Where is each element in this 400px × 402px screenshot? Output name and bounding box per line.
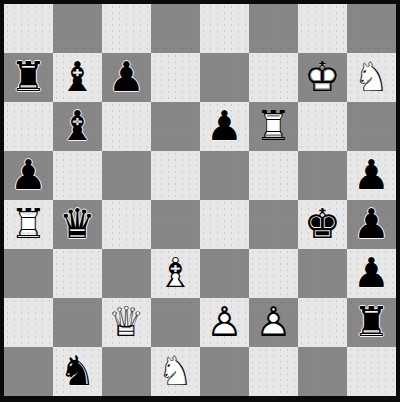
square-f1[interactable] bbox=[249, 347, 298, 396]
square-g4[interactable]: ♚ bbox=[298, 200, 347, 249]
square-f7[interactable] bbox=[249, 53, 298, 102]
square-g1[interactable] bbox=[298, 347, 347, 396]
square-a7[interactable]: ♜ bbox=[4, 53, 53, 102]
square-a8[interactable] bbox=[4, 4, 53, 53]
square-d1[interactable]: ♞♘ bbox=[151, 347, 200, 396]
square-c4[interactable] bbox=[102, 200, 151, 249]
piece-black-bishop-b6: ♝ bbox=[55, 105, 100, 148]
piece-white-queen-c2: ♛♕ bbox=[104, 301, 149, 344]
pawn-icon: ♙ bbox=[251, 301, 296, 344]
square-g5[interactable] bbox=[298, 151, 347, 200]
piece-white-pawn-f2: ♟♙ bbox=[251, 301, 296, 344]
square-h5[interactable]: ♟ bbox=[347, 151, 396, 200]
square-c1[interactable] bbox=[102, 347, 151, 396]
rook-icon: ♖ bbox=[251, 105, 296, 148]
piece-white-rook-f6: ♜♖ bbox=[251, 105, 296, 148]
square-f3[interactable] bbox=[249, 249, 298, 298]
piece-white-knight-h7: ♞♘ bbox=[349, 56, 394, 99]
king-icon: ♔ bbox=[300, 56, 345, 99]
queen-icon: ♕ bbox=[104, 301, 149, 344]
square-g7[interactable]: ♚♔ bbox=[298, 53, 347, 102]
square-a3[interactable] bbox=[4, 249, 53, 298]
square-b6[interactable]: ♝ bbox=[53, 102, 102, 151]
square-c5[interactable] bbox=[102, 151, 151, 200]
pawn-icon: ♙ bbox=[202, 301, 247, 344]
square-b2[interactable] bbox=[53, 298, 102, 347]
piece-black-bishop-b7: ♝ bbox=[55, 56, 100, 99]
square-h2[interactable]: ♜ bbox=[347, 298, 396, 347]
board-frame: ♜♝♟♚♔♞♘♝♟♜♖♟♟♜♖♛♚♟♝♗♟♛♕♟♙♟♙♜♞♞♘ bbox=[0, 0, 400, 402]
piece-black-king-g4: ♚ bbox=[300, 203, 345, 246]
piece-black-knight-b1: ♞ bbox=[55, 350, 100, 393]
square-b5[interactable] bbox=[53, 151, 102, 200]
square-h1[interactable] bbox=[347, 347, 396, 396]
square-h4[interactable]: ♟ bbox=[347, 200, 396, 249]
square-c6[interactable] bbox=[102, 102, 151, 151]
square-e2[interactable]: ♟♙ bbox=[200, 298, 249, 347]
square-d7[interactable] bbox=[151, 53, 200, 102]
piece-black-pawn-h5: ♟ bbox=[349, 154, 394, 197]
square-e5[interactable] bbox=[200, 151, 249, 200]
square-f4[interactable] bbox=[249, 200, 298, 249]
square-a4[interactable]: ♜♖ bbox=[4, 200, 53, 249]
piece-white-king-g7: ♚♔ bbox=[300, 56, 345, 99]
square-f6[interactable]: ♜♖ bbox=[249, 102, 298, 151]
square-e4[interactable] bbox=[200, 200, 249, 249]
square-f5[interactable] bbox=[249, 151, 298, 200]
board: ♜♝♟♚♔♞♘♝♟♜♖♟♟♜♖♛♚♟♝♗♟♛♕♟♙♟♙♜♞♞♘ bbox=[4, 4, 396, 396]
piece-white-knight-d1: ♞♘ bbox=[153, 350, 198, 393]
square-d8[interactable] bbox=[151, 4, 200, 53]
square-d4[interactable] bbox=[151, 200, 200, 249]
square-b7[interactable]: ♝ bbox=[53, 53, 102, 102]
square-d3[interactable]: ♝♗ bbox=[151, 249, 200, 298]
square-d2[interactable] bbox=[151, 298, 200, 347]
piece-white-bishop-d3: ♝♗ bbox=[153, 252, 198, 295]
square-b4[interactable]: ♛ bbox=[53, 200, 102, 249]
piece-black-rook-a7: ♜ bbox=[6, 56, 51, 99]
square-c7[interactable]: ♟ bbox=[102, 53, 151, 102]
square-b3[interactable] bbox=[53, 249, 102, 298]
square-f2[interactable]: ♟♙ bbox=[249, 298, 298, 347]
square-g6[interactable] bbox=[298, 102, 347, 151]
square-g8[interactable] bbox=[298, 4, 347, 53]
square-h8[interactable] bbox=[347, 4, 396, 53]
square-h6[interactable] bbox=[347, 102, 396, 151]
square-c3[interactable] bbox=[102, 249, 151, 298]
piece-white-rook-a4: ♜♖ bbox=[6, 203, 51, 246]
square-d5[interactable] bbox=[151, 151, 200, 200]
square-b1[interactable]: ♞ bbox=[53, 347, 102, 396]
piece-black-pawn-h3: ♟ bbox=[349, 252, 394, 295]
square-a5[interactable]: ♟ bbox=[4, 151, 53, 200]
square-c8[interactable] bbox=[102, 4, 151, 53]
square-g2[interactable] bbox=[298, 298, 347, 347]
piece-white-pawn-e2: ♟♙ bbox=[202, 301, 247, 344]
piece-black-pawn-e6: ♟ bbox=[202, 105, 247, 148]
square-a6[interactable] bbox=[4, 102, 53, 151]
square-a1[interactable] bbox=[4, 347, 53, 396]
bishop-icon: ♗ bbox=[153, 252, 198, 295]
piece-black-queen-b4: ♛ bbox=[55, 203, 100, 246]
square-e8[interactable] bbox=[200, 4, 249, 53]
piece-black-pawn-a5: ♟ bbox=[6, 154, 51, 197]
knight-icon: ♘ bbox=[153, 350, 198, 393]
square-g3[interactable] bbox=[298, 249, 347, 298]
piece-black-pawn-h4: ♟ bbox=[349, 203, 394, 246]
square-e7[interactable] bbox=[200, 53, 249, 102]
square-h7[interactable]: ♞♘ bbox=[347, 53, 396, 102]
square-e6[interactable]: ♟ bbox=[200, 102, 249, 151]
square-h3[interactable]: ♟ bbox=[347, 249, 396, 298]
square-a2[interactable] bbox=[4, 298, 53, 347]
piece-black-rook-h2: ♜ bbox=[349, 301, 394, 344]
square-c2[interactable]: ♛♕ bbox=[102, 298, 151, 347]
square-d6[interactable] bbox=[151, 102, 200, 151]
square-e3[interactable] bbox=[200, 249, 249, 298]
rook-icon: ♖ bbox=[6, 203, 51, 246]
piece-black-pawn-c7: ♟ bbox=[104, 56, 149, 99]
square-f8[interactable] bbox=[249, 4, 298, 53]
square-e1[interactable] bbox=[200, 347, 249, 396]
knight-icon: ♘ bbox=[349, 56, 394, 99]
square-b8[interactable] bbox=[53, 4, 102, 53]
